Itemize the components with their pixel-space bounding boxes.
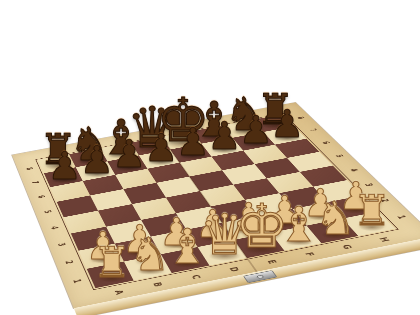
hinge-screw-icon: [256, 274, 265, 279]
chess-board: 8877665544332211ABCDEFGH: [12, 102, 420, 315]
photo-scene: 8877665544332211ABCDEFGH ♜♞♝♛♚♝♞♜♟♟♟♟♟♟♟…: [0, 0, 420, 315]
